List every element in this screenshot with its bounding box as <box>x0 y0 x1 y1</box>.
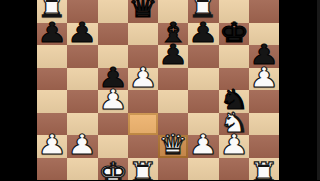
video-frame: ♜♛♜♟♟♝♟♚♟♟♟♟♟♟♞♞♟♟♛♟♟♚♜♜ <box>0 0 320 180</box>
square-d7[interactable] <box>128 23 158 46</box>
white-pawn-d5: ♟ <box>128 63 158 91</box>
square-h1[interactable]: ♜ <box>249 158 279 181</box>
white-king-c1: ♚ <box>98 158 128 180</box>
square-d3[interactable] <box>128 113 158 136</box>
square-b8[interactable] <box>67 0 97 23</box>
square-h7[interactable] <box>249 23 279 46</box>
square-d6[interactable] <box>128 45 158 68</box>
square-h3[interactable] <box>249 113 279 136</box>
square-f7[interactable]: ♟ <box>188 23 218 46</box>
square-e3[interactable] <box>158 113 188 136</box>
square-c8[interactable] <box>98 0 128 23</box>
chess-board: ♜♛♜♟♟♝♟♚♟♟♟♟♟♟♞♞♟♟♛♟♟♚♜♜ <box>37 0 279 180</box>
square-c6[interactable] <box>98 45 128 68</box>
white-rook-a8: ♜ <box>37 0 67 22</box>
letterbox-left <box>0 0 37 180</box>
square-g8[interactable] <box>219 0 249 23</box>
square-a5[interactable] <box>37 68 67 91</box>
square-b2[interactable]: ♟ <box>67 135 97 158</box>
square-a3[interactable] <box>37 113 67 136</box>
square-g3[interactable]: ♞ <box>219 113 249 136</box>
square-d8[interactable]: ♛ <box>128 0 158 23</box>
square-f5[interactable] <box>188 68 218 91</box>
black-pawn-e6: ♟ <box>158 41 188 69</box>
square-e1[interactable] <box>158 158 188 181</box>
black-bishop-e7: ♝ <box>158 18 188 46</box>
square-b1[interactable] <box>67 158 97 181</box>
square-h4[interactable] <box>249 90 279 113</box>
square-c4[interactable]: ♟ <box>98 90 128 113</box>
black-knight-g4: ♞ <box>219 86 249 114</box>
white-pawn-a2: ♟ <box>37 131 67 159</box>
square-g2[interactable]: ♟ <box>219 135 249 158</box>
white-pawn-g2: ♟ <box>219 131 249 159</box>
square-g6[interactable] <box>219 45 249 68</box>
white-rook-h1: ♜ <box>249 158 279 180</box>
white-pawn-c4: ♟ <box>98 86 128 114</box>
square-b4[interactable] <box>67 90 97 113</box>
square-h5[interactable]: ♟ <box>249 68 279 91</box>
white-pawn-f2: ♟ <box>188 131 218 159</box>
black-pawn-a7: ♟ <box>37 18 67 46</box>
black-pawn-f7: ♟ <box>188 18 218 46</box>
square-a2[interactable]: ♟ <box>37 135 67 158</box>
square-c2[interactable] <box>98 135 128 158</box>
white-queen-e2: ♛ <box>158 131 188 159</box>
white-pawn-h5: ♟ <box>249 63 279 91</box>
square-d1[interactable]: ♜ <box>128 158 158 181</box>
square-b6[interactable] <box>67 45 97 68</box>
square-c1[interactable]: ♚ <box>98 158 128 181</box>
square-g7[interactable]: ♚ <box>219 23 249 46</box>
square-f1[interactable] <box>188 158 218 181</box>
square-a1[interactable] <box>37 158 67 181</box>
square-c3[interactable] <box>98 113 128 136</box>
square-a6[interactable] <box>37 45 67 68</box>
square-c5[interactable]: ♟ <box>98 68 128 91</box>
square-a8[interactable]: ♜ <box>37 0 67 23</box>
white-knight-g3: ♞ <box>219 108 249 136</box>
square-a4[interactable] <box>37 90 67 113</box>
white-rook-f8: ♜ <box>188 0 218 22</box>
square-a7[interactable]: ♟ <box>37 23 67 46</box>
square-e5[interactable] <box>158 68 188 91</box>
square-g4[interactable]: ♞ <box>219 90 249 113</box>
square-g5[interactable] <box>219 68 249 91</box>
white-rook-d1: ♜ <box>128 158 158 180</box>
square-e2[interactable]: ♛ <box>158 135 188 158</box>
square-d2[interactable] <box>128 135 158 158</box>
square-d4[interactable] <box>128 90 158 113</box>
square-f4[interactable] <box>188 90 218 113</box>
square-e4[interactable] <box>158 90 188 113</box>
square-h6[interactable]: ♟ <box>249 45 279 68</box>
square-b5[interactable] <box>67 68 97 91</box>
black-pawn-b7: ♟ <box>67 18 97 46</box>
letterbox-right <box>279 0 320 180</box>
black-queen-d8: ♛ <box>128 0 158 22</box>
square-d5[interactable]: ♟ <box>128 68 158 91</box>
black-king-g7: ♚ <box>219 18 249 46</box>
square-f2[interactable]: ♟ <box>188 135 218 158</box>
square-e6[interactable]: ♟ <box>158 45 188 68</box>
square-f8[interactable]: ♜ <box>188 0 218 23</box>
square-b3[interactable] <box>67 113 97 136</box>
square-h2[interactable] <box>249 135 279 158</box>
square-h8[interactable] <box>249 0 279 23</box>
square-c7[interactable] <box>98 23 128 46</box>
square-b7[interactable]: ♟ <box>67 23 97 46</box>
square-e7[interactable]: ♝ <box>158 23 188 46</box>
square-f6[interactable] <box>188 45 218 68</box>
square-e8[interactable] <box>158 0 188 23</box>
square-f3[interactable] <box>188 113 218 136</box>
black-pawn-h6: ♟ <box>249 41 279 69</box>
white-pawn-b2: ♟ <box>67 131 97 159</box>
black-pawn-c5: ♟ <box>98 63 128 91</box>
square-g1[interactable] <box>219 158 249 181</box>
